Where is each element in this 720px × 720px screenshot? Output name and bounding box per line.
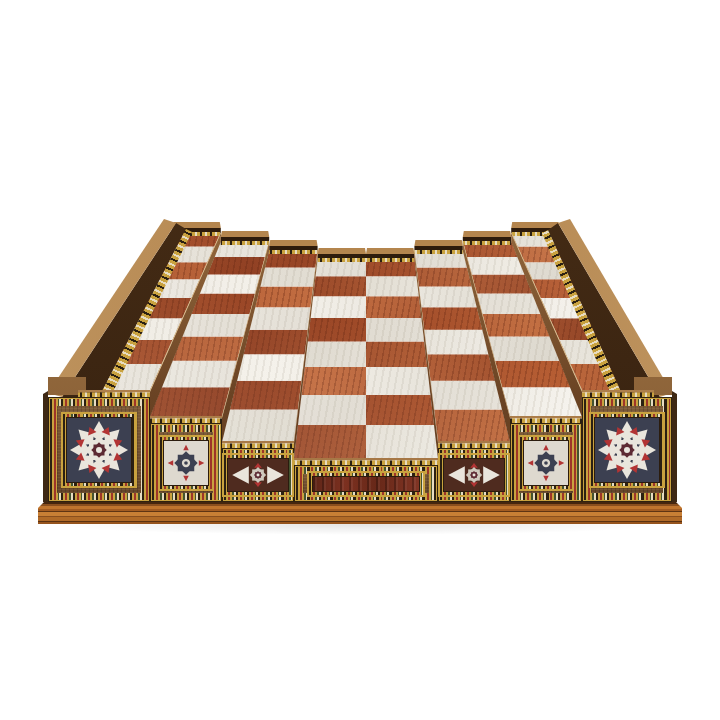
panel-gold-frame — [518, 435, 574, 491]
mosaic-band-frame — [296, 467, 436, 500]
face-section-center — [294, 465, 438, 502]
mosaic-band-frame — [440, 450, 508, 500]
panel-star-pearl — [523, 440, 569, 486]
star-mosaic-icon — [228, 459, 288, 491]
face-wood-field — [447, 457, 501, 493]
face-wood-field — [57, 406, 141, 493]
panel-mosaic-frame — [160, 437, 212, 489]
star-mosaic-icon — [164, 441, 208, 485]
star-mosaic-icon — [524, 441, 568, 485]
face-section-step-right-2 — [510, 423, 582, 502]
panel-mosaic-frame — [440, 455, 508, 495]
panel-gold-frame — [61, 412, 137, 488]
panel-gold-frame — [158, 435, 214, 491]
mosaic-band-frame — [512, 425, 580, 500]
panel-plain-red — [312, 476, 420, 492]
panel-star-pearl — [163, 440, 209, 486]
mosaic-band-frame — [224, 450, 292, 500]
face-wood-field — [231, 457, 285, 493]
panel-mosaic-frame — [591, 414, 663, 486]
star-mosaic-icon — [444, 459, 504, 491]
face-section-corner-right — [582, 397, 672, 502]
panel-star-corner — [594, 417, 660, 483]
face-section-corner-left — [48, 397, 150, 502]
panel-gold-frame — [222, 453, 294, 497]
panel-gold-frame — [589, 412, 665, 488]
mosaic-band-frame — [584, 399, 670, 500]
face-section-step-left-3 — [222, 448, 294, 502]
panel-gold-frame — [438, 453, 510, 497]
panel-mosaic-frame — [63, 414, 135, 486]
panel-star-corner — [66, 417, 132, 483]
mosaic-band-frame — [50, 399, 148, 500]
panel-gold-frame — [307, 471, 425, 497]
panel-mosaic-frame — [224, 455, 292, 495]
star-mosaic-icon — [595, 418, 659, 482]
face-section-step-left-2 — [150, 423, 222, 502]
panel-mosaic-frame — [309, 473, 423, 495]
face-wood-field — [519, 432, 573, 493]
face-wood-field — [303, 474, 429, 493]
face-wood-field — [591, 406, 663, 493]
star-mosaic-icon — [67, 418, 131, 482]
face-wood-field — [159, 432, 213, 493]
mosaic-band-frame — [152, 425, 220, 500]
panel-star-brown — [227, 458, 289, 492]
scene: Handcrafted mosaic inlaid wooden chessbo… — [0, 0, 720, 720]
face-section-step-right-3 — [438, 448, 510, 502]
panel-star-brown — [443, 458, 505, 492]
panel-mosaic-frame — [520, 437, 572, 489]
